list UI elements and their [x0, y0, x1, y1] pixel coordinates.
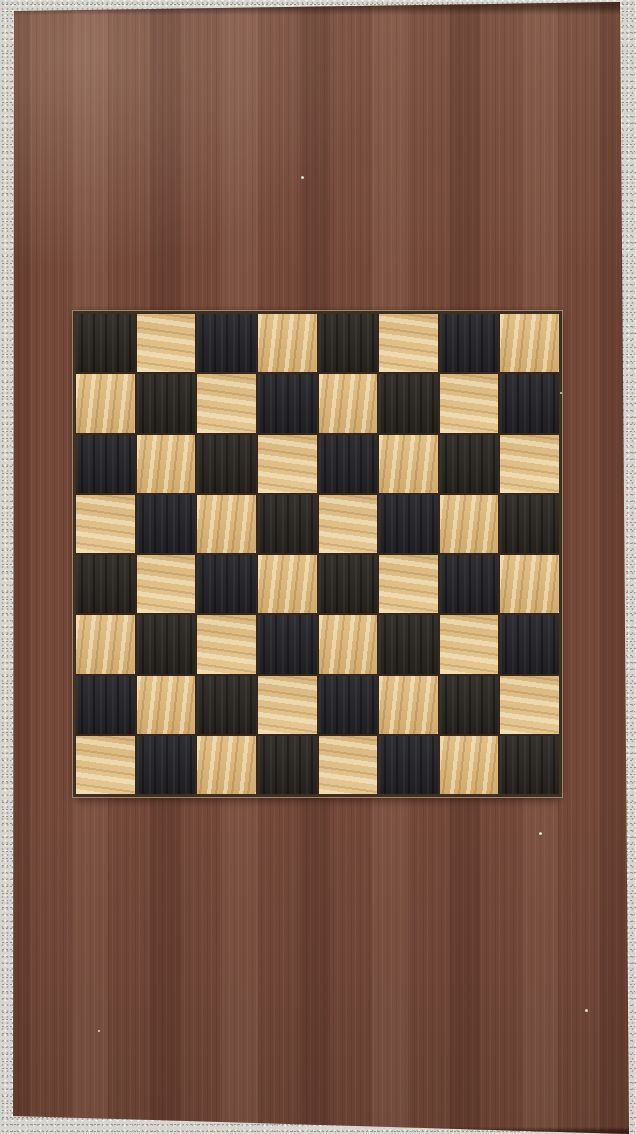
board-square-r7c7[interactable]: [440, 676, 499, 734]
board-square-r3c6[interactable]: [379, 435, 438, 493]
board-square-r2c5[interactable]: [319, 374, 378, 432]
board-square-r5c2[interactable]: [137, 555, 196, 613]
board-square-r2c3[interactable]: [197, 374, 256, 432]
board-square-r5c4[interactable]: [258, 555, 317, 613]
board-square-r3c1[interactable]: [76, 435, 135, 493]
board-square-r1c1[interactable]: [76, 314, 135, 372]
board-square-r2c2[interactable]: [137, 374, 196, 432]
board-square-r4c7[interactable]: [440, 495, 499, 553]
board-square-r1c8[interactable]: [500, 314, 559, 372]
dust-speck: [98, 1030, 100, 1032]
dust-speck: [560, 392, 562, 394]
board-square-r5c1[interactable]: [76, 555, 135, 613]
board-square-r7c5[interactable]: [319, 676, 378, 734]
board-square-r3c8[interactable]: [500, 435, 559, 493]
board-square-r5c5[interactable]: [319, 555, 378, 613]
board-square-r3c5[interactable]: [319, 435, 378, 493]
board-square-r8c5[interactable]: [319, 736, 378, 794]
board-square-r1c7[interactable]: [440, 314, 499, 372]
board-square-r8c7[interactable]: [440, 736, 499, 794]
board-square-r5c3[interactable]: [197, 555, 256, 613]
board-square-r7c8[interactable]: [500, 676, 559, 734]
board-square-r7c6[interactable]: [379, 676, 438, 734]
board-square-r8c4[interactable]: [258, 736, 317, 794]
board-square-r1c3[interactable]: [197, 314, 256, 372]
board-square-r3c2[interactable]: [137, 435, 196, 493]
board-square-r6c8[interactable]: [500, 615, 559, 673]
chess-board: [73, 311, 562, 797]
board-square-r4c6[interactable]: [379, 495, 438, 553]
board-square-r4c3[interactable]: [197, 495, 256, 553]
board-square-r3c3[interactable]: [197, 435, 256, 493]
board-square-r2c4[interactable]: [258, 374, 317, 432]
board-square-r6c5[interactable]: [319, 615, 378, 673]
dust-speck: [585, 1009, 588, 1012]
board-square-r6c3[interactable]: [197, 615, 256, 673]
board-square-r2c6[interactable]: [379, 374, 438, 432]
board-square-r5c8[interactable]: [500, 555, 559, 613]
board-square-r7c3[interactable]: [197, 676, 256, 734]
board-square-r4c8[interactable]: [500, 495, 559, 553]
board-square-r7c4[interactable]: [258, 676, 317, 734]
board-square-r3c4[interactable]: [258, 435, 317, 493]
board-square-r6c1[interactable]: [76, 615, 135, 673]
board-square-r6c2[interactable]: [137, 615, 196, 673]
board-square-r1c5[interactable]: [319, 314, 378, 372]
board-square-r7c2[interactable]: [137, 676, 196, 734]
board-square-r6c6[interactable]: [379, 615, 438, 673]
board-square-r2c7[interactable]: [440, 374, 499, 432]
board-square-r8c2[interactable]: [137, 736, 196, 794]
board-square-r6c4[interactable]: [258, 615, 317, 673]
board-square-r5c6[interactable]: [379, 555, 438, 613]
board-square-r5c7[interactable]: [440, 555, 499, 613]
board-square-r2c8[interactable]: [500, 374, 559, 432]
board-square-r4c4[interactable]: [258, 495, 317, 553]
board-square-r4c2[interactable]: [137, 495, 196, 553]
board-square-r8c3[interactable]: [197, 736, 256, 794]
wooden-table-top: [0, 0, 636, 1134]
board-square-r7c1[interactable]: [76, 676, 135, 734]
board-square-r8c1[interactable]: [76, 736, 135, 794]
board-square-r2c1[interactable]: [76, 374, 135, 432]
board-square-r4c5[interactable]: [319, 495, 378, 553]
board-square-r1c6[interactable]: [379, 314, 438, 372]
board-square-r8c8[interactable]: [500, 736, 559, 794]
board-square-r1c2[interactable]: [137, 314, 196, 372]
board-square-r8c6[interactable]: [379, 736, 438, 794]
dust-speck: [539, 832, 542, 835]
board-square-r6c7[interactable]: [440, 615, 499, 673]
board-square-r1c4[interactable]: [258, 314, 317, 372]
photo-scene: [0, 0, 636, 1134]
board-square-r4c1[interactable]: [76, 495, 135, 553]
dust-speck: [301, 176, 304, 179]
board-square-r3c7[interactable]: [440, 435, 499, 493]
